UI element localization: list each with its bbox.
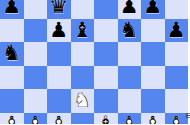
- square-e2[interactable]: ♝♗: [94, 113, 118, 125]
- square-g5[interactable]: [141, 42, 165, 66]
- square-c3[interactable]: [47, 89, 71, 113]
- square-h5[interactable]: [165, 42, 189, 66]
- square-h6[interactable]: ♟: [165, 19, 189, 43]
- white-pawn-icon: ♙: [141, 113, 165, 125]
- square-b4[interactable]: [24, 66, 48, 90]
- white-bishop-icon: ♗: [94, 113, 118, 125]
- square-g6[interactable]: [141, 19, 165, 43]
- square-f6[interactable]: ♞: [118, 19, 142, 43]
- black-pawn-icon: ♟: [47, 19, 71, 43]
- black-bishop-icon: ♝: [71, 19, 95, 43]
- square-f7[interactable]: ♟: [118, 0, 142, 19]
- square-c7[interactable]: ♛: [47, 0, 71, 19]
- square-a5[interactable]: ♞: [0, 42, 24, 66]
- square-c2[interactable]: ♟♙: [47, 113, 71, 125]
- square-h7[interactable]: [165, 0, 189, 19]
- square-f2[interactable]: ♟♙: [118, 113, 142, 125]
- black-knight-icon: ♞: [0, 42, 24, 66]
- black-pawn-icon: ♟: [165, 19, 189, 43]
- square-e5[interactable]: [94, 42, 118, 66]
- square-g2[interactable]: ♟♙: [141, 113, 165, 125]
- white-knight-icon: ♘: [71, 89, 95, 113]
- watermark-text: m: [185, 113, 190, 119]
- black-pawn-icon: ♟: [0, 0, 24, 19]
- square-e6[interactable]: [94, 19, 118, 43]
- square-h3[interactable]: [165, 89, 189, 113]
- square-c6[interactable]: ♟: [47, 19, 71, 43]
- black-pawn-icon: ♟: [141, 0, 165, 19]
- square-b3[interactable]: [24, 89, 48, 113]
- white-pawn-icon: ♙: [0, 113, 24, 125]
- square-d5[interactable]: [71, 42, 95, 66]
- square-e4[interactable]: [94, 66, 118, 90]
- square-d2[interactable]: [71, 113, 95, 125]
- chess-board[interactable]: ♟♛♟♟♟♝♞♟♞♞♘♟♙♟♙♟♙♝♗♟♙♟♙♟♙: [0, 0, 188, 124]
- right-margin: [188, 0, 190, 124]
- black-knight-icon: ♞: [118, 19, 142, 43]
- square-d3[interactable]: ♞♘: [71, 89, 95, 113]
- white-pawn-icon: ♙: [47, 113, 71, 125]
- square-d6[interactable]: ♝: [71, 19, 95, 43]
- white-pawn-icon: ♙: [118, 113, 142, 125]
- square-b5[interactable]: [24, 42, 48, 66]
- square-b2[interactable]: ♟♙: [24, 113, 48, 125]
- square-d7[interactable]: [71, 0, 95, 19]
- square-c5[interactable]: [47, 42, 71, 66]
- square-a2[interactable]: ♟♙: [0, 113, 24, 125]
- square-f5[interactable]: [118, 42, 142, 66]
- square-a7[interactable]: ♟: [0, 0, 24, 19]
- black-pawn-icon: ♟: [118, 0, 142, 19]
- square-g3[interactable]: [141, 89, 165, 113]
- chess-diagram: ♟♛♟♟♟♝♞♟♞♞♘♟♙♟♙♟♙♝♗♟♙♟♙♟♙ m: [0, 0, 190, 124]
- square-e7[interactable]: [94, 0, 118, 19]
- white-pawn-icon: ♙: [24, 113, 48, 125]
- square-b7[interactable]: [24, 0, 48, 19]
- square-e3[interactable]: [94, 89, 118, 113]
- square-f4[interactable]: [118, 66, 142, 90]
- square-f3[interactable]: [118, 89, 142, 113]
- square-g4[interactable]: [141, 66, 165, 90]
- square-g7[interactable]: ♟: [141, 0, 165, 19]
- black-queen-icon: ♛: [47, 0, 71, 19]
- square-c4[interactable]: [47, 66, 71, 90]
- square-d4[interactable]: [71, 66, 95, 90]
- square-a4[interactable]: [0, 66, 24, 90]
- square-b6[interactable]: [24, 19, 48, 43]
- square-a6[interactable]: [0, 19, 24, 43]
- square-h4[interactable]: [165, 66, 189, 90]
- square-a3[interactable]: [0, 89, 24, 113]
